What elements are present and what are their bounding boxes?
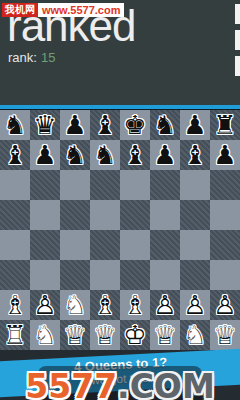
piece-fill: ♞ bbox=[150, 110, 180, 140]
black-queen-piece: ♛ bbox=[30, 110, 60, 140]
square-e3[interactable] bbox=[120, 260, 150, 290]
piece-fill: ♞ bbox=[0, 110, 30, 140]
black-knight-piece: ♞ bbox=[60, 140, 90, 170]
piece-outline: ♙ bbox=[30, 290, 60, 320]
square-g8[interactable]: ♟ bbox=[180, 110, 210, 140]
hamburger-bar bbox=[235, 30, 240, 50]
piece-fill: ♛ bbox=[30, 110, 60, 140]
square-b1[interactable]: ♞♘ bbox=[30, 320, 60, 350]
square-d6[interactable] bbox=[90, 170, 120, 200]
watermark-text: 5577.COM bbox=[25, 369, 215, 400]
square-d1[interactable]: ♛♕ bbox=[90, 320, 120, 350]
rank-line: rank:15 bbox=[8, 50, 55, 65]
square-g6[interactable] bbox=[180, 170, 210, 200]
black-king-piece: ♚ bbox=[120, 110, 150, 140]
square-f4[interactable] bbox=[150, 230, 180, 260]
piece-fill: ♚ bbox=[120, 110, 150, 140]
square-b3[interactable] bbox=[30, 260, 60, 290]
watermark-url: www.5577.com bbox=[38, 3, 124, 17]
black-knight-piece: ♞ bbox=[0, 110, 30, 140]
piece-outline: ♘ bbox=[180, 320, 210, 350]
square-f7[interactable]: ♟ bbox=[150, 140, 180, 170]
square-c4[interactable] bbox=[60, 230, 90, 260]
white-king-piece: ♚♔ bbox=[120, 320, 150, 350]
piece-outline: ♕ bbox=[60, 320, 90, 350]
square-b8[interactable]: ♛ bbox=[30, 110, 60, 140]
rank-value: 15 bbox=[41, 50, 55, 65]
square-a2[interactable]: ♝♗ bbox=[0, 290, 30, 320]
square-d8[interactable]: ♝ bbox=[90, 110, 120, 140]
app-screen: ranked rank:15 我机网 www.5577.com ♞♛♟♝♚♞♟♜… bbox=[0, 0, 240, 400]
square-f8[interactable]: ♞ bbox=[150, 110, 180, 140]
piece-fill: ♞ bbox=[90, 140, 120, 170]
square-c2[interactable]: ♞♘ bbox=[60, 290, 90, 320]
black-pawn-piece: ♟ bbox=[210, 140, 240, 170]
piece-fill: ♝ bbox=[180, 140, 210, 170]
square-g1[interactable]: ♞♘ bbox=[180, 320, 210, 350]
square-c6[interactable] bbox=[60, 170, 90, 200]
square-a6[interactable] bbox=[0, 170, 30, 200]
white-pawn-piece: ♟♙ bbox=[30, 290, 60, 320]
square-d5[interactable] bbox=[90, 200, 120, 230]
piece-fill: ♟ bbox=[150, 140, 180, 170]
square-a5[interactable] bbox=[0, 200, 30, 230]
white-rook-piece: ♜♖ bbox=[0, 320, 30, 350]
piece-outline: ♘ bbox=[30, 320, 60, 350]
square-d2[interactable]: ♝♗ bbox=[90, 290, 120, 320]
piece-fill: ♜ bbox=[210, 110, 240, 140]
white-queen-piece: ♛♕ bbox=[150, 320, 180, 350]
square-e8[interactable]: ♚ bbox=[120, 110, 150, 140]
piece-outline: ♙ bbox=[180, 290, 210, 320]
white-queen-piece: ♛♕ bbox=[90, 320, 120, 350]
square-g4[interactable] bbox=[180, 230, 210, 260]
piece-outline: ♗ bbox=[90, 290, 120, 320]
piece-outline: ♕ bbox=[210, 320, 240, 350]
square-h7[interactable]: ♟ bbox=[210, 140, 240, 170]
square-h5[interactable] bbox=[210, 200, 240, 230]
chess-board: ♞♛♟♝♚♞♟♜♝♟♞♞♝♟♝♟♝♗♟♙♞♘♝♗♝♗♟♙♟♙♟♙♜♖♞♘♛♕♛♕… bbox=[0, 110, 240, 350]
site-watermark-top: 我机网 www.5577.com bbox=[2, 3, 124, 17]
square-a1[interactable]: ♜♖ bbox=[0, 320, 30, 350]
square-e1[interactable]: ♚♔ bbox=[120, 320, 150, 350]
black-bishop-piece: ♝ bbox=[0, 140, 30, 170]
piece-fill: ♟ bbox=[30, 140, 60, 170]
square-a4[interactable] bbox=[0, 230, 30, 260]
piece-outline: ♖ bbox=[0, 320, 30, 350]
watermark-tld: .COM bbox=[117, 367, 215, 400]
black-knight-piece: ♞ bbox=[150, 110, 180, 140]
square-a7[interactable]: ♝ bbox=[0, 140, 30, 170]
header: ranked rank:15 我机网 www.5577.com bbox=[0, 0, 240, 105]
rank-label: rank: bbox=[8, 50, 37, 65]
square-b6[interactable] bbox=[30, 170, 60, 200]
piece-outline: ♘ bbox=[60, 290, 90, 320]
white-bishop-piece: ♝♗ bbox=[0, 290, 30, 320]
white-pawn-piece: ♟♙ bbox=[210, 290, 240, 320]
square-h3[interactable] bbox=[210, 260, 240, 290]
square-c5[interactable] bbox=[60, 200, 90, 230]
piece-outline: ♙ bbox=[210, 290, 240, 320]
white-queen-piece: ♛♕ bbox=[60, 320, 90, 350]
white-queen-piece: ♛♕ bbox=[210, 320, 240, 350]
black-pawn-piece: ♟ bbox=[60, 110, 90, 140]
black-bishop-piece: ♝ bbox=[120, 140, 150, 170]
watermark-badge: 我机网 bbox=[2, 3, 38, 17]
black-bishop-piece: ♝ bbox=[90, 110, 120, 140]
black-rook-piece: ♜ bbox=[210, 110, 240, 140]
square-b5[interactable] bbox=[30, 200, 60, 230]
square-h6[interactable] bbox=[210, 170, 240, 200]
square-h2[interactable]: ♟♙ bbox=[210, 290, 240, 320]
white-bishop-piece: ♝♗ bbox=[90, 290, 120, 320]
black-pawn-piece: ♟ bbox=[150, 140, 180, 170]
white-bishop-piece: ♝♗ bbox=[120, 290, 150, 320]
square-b4[interactable] bbox=[30, 230, 60, 260]
white-pawn-piece: ♟♙ bbox=[150, 290, 180, 320]
square-g2[interactable]: ♟♙ bbox=[180, 290, 210, 320]
site-watermark-bottom: 5577.COM bbox=[38, 366, 202, 400]
square-c1[interactable]: ♛♕ bbox=[60, 320, 90, 350]
square-a3[interactable] bbox=[0, 260, 30, 290]
square-f3[interactable] bbox=[150, 260, 180, 290]
square-f6[interactable] bbox=[150, 170, 180, 200]
piece-fill: ♟ bbox=[180, 110, 210, 140]
square-e5[interactable] bbox=[120, 200, 150, 230]
square-f5[interactable] bbox=[150, 200, 180, 230]
square-h1[interactable]: ♛♕ bbox=[210, 320, 240, 350]
white-knight-piece: ♞♘ bbox=[60, 290, 90, 320]
square-c8[interactable]: ♟ bbox=[60, 110, 90, 140]
piece-outline: ♔ bbox=[120, 320, 150, 350]
square-h8[interactable]: ♜ bbox=[210, 110, 240, 140]
black-pawn-piece: ♟ bbox=[180, 110, 210, 140]
piece-outline: ♕ bbox=[90, 320, 120, 350]
white-knight-piece: ♞♘ bbox=[180, 320, 210, 350]
black-bishop-piece: ♝ bbox=[180, 140, 210, 170]
square-g3[interactable] bbox=[180, 260, 210, 290]
piece-fill: ♝ bbox=[120, 140, 150, 170]
black-knight-piece: ♞ bbox=[90, 140, 120, 170]
piece-outline: ♙ bbox=[150, 290, 180, 320]
watermark-brand: 5577 bbox=[25, 367, 117, 400]
hamburger-bar bbox=[235, 4, 240, 24]
piece-outline: ♗ bbox=[0, 290, 30, 320]
square-e2[interactable]: ♝♗ bbox=[120, 290, 150, 320]
piece-fill: ♞ bbox=[60, 140, 90, 170]
square-c3[interactable] bbox=[60, 260, 90, 290]
square-b2[interactable]: ♟♙ bbox=[30, 290, 60, 320]
square-h4[interactable] bbox=[210, 230, 240, 260]
square-d4[interactable] bbox=[90, 230, 120, 260]
piece-fill: ♝ bbox=[0, 140, 30, 170]
square-c7[interactable]: ♞ bbox=[60, 140, 90, 170]
square-d3[interactable] bbox=[90, 260, 120, 290]
square-e4[interactable] bbox=[120, 230, 150, 260]
piece-fill: ♟ bbox=[60, 110, 90, 140]
white-knight-piece: ♞♘ bbox=[30, 320, 60, 350]
square-d7[interactable]: ♞ bbox=[90, 140, 120, 170]
square-b7[interactable]: ♟ bbox=[30, 140, 60, 170]
hamburger-menu-icon[interactable] bbox=[235, 4, 240, 82]
square-a8[interactable]: ♞ bbox=[0, 110, 30, 140]
square-e6[interactable] bbox=[120, 170, 150, 200]
square-g7[interactable]: ♝ bbox=[180, 140, 210, 170]
square-g5[interactable] bbox=[180, 200, 210, 230]
white-pawn-piece: ♟♙ bbox=[180, 290, 210, 320]
square-e7[interactable]: ♝ bbox=[120, 140, 150, 170]
piece-fill: ♝ bbox=[90, 110, 120, 140]
hamburger-bar bbox=[235, 56, 240, 76]
piece-outline: ♕ bbox=[150, 320, 180, 350]
piece-outline: ♗ bbox=[120, 290, 150, 320]
square-f2[interactable]: ♟♙ bbox=[150, 290, 180, 320]
piece-fill: ♟ bbox=[210, 140, 240, 170]
square-f1[interactable]: ♛♕ bbox=[150, 320, 180, 350]
black-pawn-piece: ♟ bbox=[30, 140, 60, 170]
